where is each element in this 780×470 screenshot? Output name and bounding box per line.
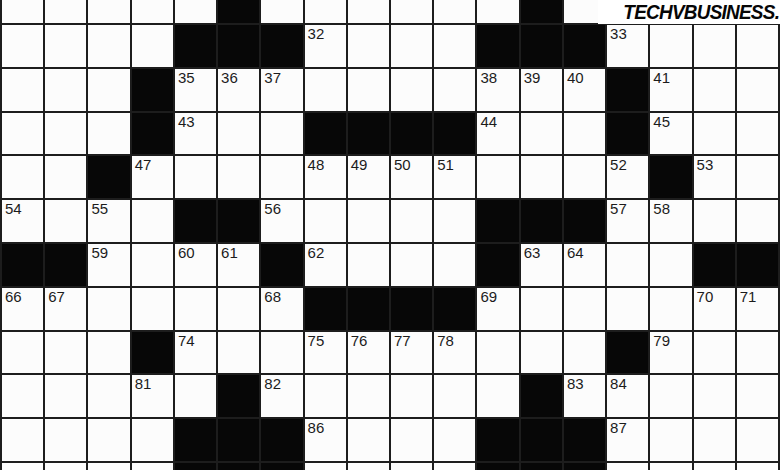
cell-r2-c9[interactable] [391,69,432,111]
cell-r2-c16[interactable] [694,69,735,111]
cell-r1-c12 [521,25,562,67]
cell-r7-c15[interactable] [650,288,691,330]
clue-number: 38 [477,69,518,86]
cell-r0-c6[interactable] [261,0,302,23]
clue-number: 51 [434,156,475,173]
clue-number: 54 [2,200,43,217]
cell-r7-c5[interactable] [218,288,259,330]
clue-number: 32 [305,25,346,42]
cell-r9-c15[interactable] [650,375,691,417]
clue-number: 62 [305,244,346,261]
clue-number: 60 [175,244,216,261]
cell-r1-c5 [218,25,259,67]
cell-r0-c5 [218,0,259,23]
clue-number: 39 [521,69,562,86]
cell-r4-c3[interactable]: 47 [132,156,173,198]
clue-number: 33 [607,25,648,42]
cell-r6-c14[interactable] [607,244,648,286]
cell-r9-c8[interactable] [348,375,389,417]
cell-r8-c1[interactable] [45,332,86,374]
cell-r7-c10 [434,288,475,330]
cell-r7-c8 [348,288,389,330]
watermark-text: TECHVBUSINESS. [623,0,779,24]
cell-r8-c2[interactable] [88,332,129,374]
cell-r3-c14 [607,113,648,155]
cell-r6-c12[interactable]: 63 [521,244,562,286]
clue-number: 86 [305,419,346,436]
cell-r2-c4[interactable]: 35 [175,69,216,111]
cell-r10-c4 [175,419,216,461]
cell-r4-c11[interactable] [477,156,518,198]
watermark-box: TECHVBUSINESS. [598,0,780,24]
cell-r5-c16[interactable] [694,200,735,242]
cell-r2-c3 [132,69,173,111]
cell-r10-c13 [564,419,605,461]
clue-number: 40 [564,69,605,86]
cell-r7-c2[interactable] [88,288,129,330]
cell-r9-c0[interactable] [2,375,43,417]
cell-r5-c7[interactable] [305,200,346,242]
cell-r8-c13[interactable] [564,332,605,374]
cell-r1-c15[interactable] [650,25,691,67]
cell-r11-c12 [521,463,562,470]
cell-r1-c7[interactable]: 32 [305,25,346,67]
clue-number: 81 [132,375,173,392]
cell-r4-c12[interactable] [521,156,562,198]
cell-r9-c13[interactable]: 83 [564,375,605,417]
clue-number: 59 [88,244,129,261]
clue-number: 63 [521,244,562,261]
cell-r5-c2[interactable]: 55 [88,200,129,242]
clue-number: 75 [305,332,346,349]
cell-r9-c11[interactable] [477,375,518,417]
cell-r1-c1[interactable] [45,25,86,67]
cell-r4-c4[interactable] [175,156,216,198]
cell-r6-c13[interactable]: 64 [564,244,605,286]
cell-r8-c15[interactable]: 79 [650,332,691,374]
cell-r2-c5[interactable]: 36 [218,69,259,111]
cell-r3-c12[interactable] [521,113,562,155]
cell-r7-c17[interactable]: 71 [737,288,778,330]
cell-r10-c14[interactable]: 87 [607,419,648,461]
cell-r10-c0[interactable] [2,419,43,461]
cell-r2-c11[interactable]: 38 [477,69,518,111]
clue-number: 69 [477,288,518,305]
cell-r2-c12[interactable]: 39 [521,69,562,111]
cell-r0-c11[interactable] [477,0,518,23]
cell-r8-c6[interactable] [261,332,302,374]
cell-r2-c13[interactable]: 40 [564,69,605,111]
clue-number: 61 [218,244,259,261]
cell-r3-c1[interactable] [45,113,86,155]
cell-r7-c13[interactable] [564,288,605,330]
cell-r3-c16[interactable] [694,113,735,155]
cell-r11-c6 [261,463,302,470]
cell-r6-c6 [261,244,302,286]
cell-r10-c2[interactable] [88,419,129,461]
cell-r8-c7[interactable]: 75 [305,332,346,374]
cell-r5-c14[interactable]: 57 [607,200,648,242]
cell-r9-c16[interactable] [694,375,735,417]
cell-r6-c8[interactable] [348,244,389,286]
cell-r4-c7[interactable]: 48 [305,156,346,198]
cell-r3-c5[interactable] [218,113,259,155]
cell-r11-c9[interactable] [391,463,432,470]
cell-r4-c0[interactable] [2,156,43,198]
cell-r7-c14[interactable] [607,288,648,330]
cell-r5-c15[interactable]: 58 [650,200,691,242]
clue-number: 48 [305,156,346,173]
clue-number: 55 [88,200,129,217]
clue-number: 37 [261,69,302,86]
cell-r7-c9 [391,288,432,330]
cell-r5-c12 [521,200,562,242]
clue-number: 43 [175,113,216,130]
cell-r5-c10[interactable] [434,200,475,242]
cell-r11-c17[interactable] [737,463,778,470]
clue-number: 47 [132,156,173,173]
cell-r3-c2[interactable] [88,113,129,155]
cell-r0-c0[interactable] [2,0,43,23]
cell-r1-c9[interactable] [391,25,432,67]
cell-r0-c2[interactable] [88,0,129,23]
crossword-page: 3233353637383940414344454748495051525354… [0,0,780,470]
cell-r6-c3[interactable] [132,244,173,286]
cell-r6-c9[interactable] [391,244,432,286]
clue-number: 64 [564,244,605,261]
cell-r8-c8[interactable]: 76 [348,332,389,374]
cell-r2-c6[interactable]: 37 [261,69,302,111]
cell-r4-c8[interactable]: 49 [348,156,389,198]
cell-r1-c17[interactable] [737,25,778,67]
cell-r6-c7[interactable]: 62 [305,244,346,286]
clue-number: 82 [261,375,302,392]
cell-r1-c2[interactable] [88,25,129,67]
cell-r11-c14[interactable] [607,463,648,470]
cell-r3-c17[interactable] [737,113,778,155]
cell-r4-c9[interactable]: 50 [391,156,432,198]
clue-number: 70 [694,288,735,305]
cell-r8-c12[interactable] [521,332,562,374]
cell-r3-c9 [391,113,432,155]
cell-r10-c9[interactable] [391,419,432,461]
cell-r10-c17[interactable] [737,419,778,461]
clue-number: 58 [650,200,691,217]
cell-r6-c1 [45,244,86,286]
cell-r11-c13 [564,463,605,470]
cell-r0-c10[interactable] [434,0,475,23]
cell-r6-c10[interactable] [434,244,475,286]
cell-r9-c3[interactable]: 81 [132,375,173,417]
clue-number: 77 [391,332,432,349]
cell-r11-c4 [175,463,216,470]
cell-r1-c11 [477,25,518,67]
clue-number: 45 [650,113,691,130]
cell-r0-c3[interactable] [132,0,173,23]
cell-r6-c5[interactable]: 61 [218,244,259,286]
cell-r4-c13[interactable] [564,156,605,198]
cell-r10-c1[interactable] [45,419,86,461]
cell-r2-c2[interactable] [88,69,129,111]
cell-r1-c0[interactable] [2,25,43,67]
cell-r4-c5[interactable] [218,156,259,198]
cell-r10-c15[interactable] [650,419,691,461]
cell-r9-c12 [521,375,562,417]
cell-r4-c1[interactable] [45,156,86,198]
cell-r8-c11[interactable] [477,332,518,374]
cell-r8-c16[interactable] [694,332,735,374]
cell-r4-c6[interactable] [261,156,302,198]
cell-r1-c8[interactable] [348,25,389,67]
clue-number: 57 [607,200,648,217]
cell-r8-c10[interactable]: 78 [434,332,475,374]
cell-r4-c17[interactable] [737,156,778,198]
cell-r11-c0[interactable] [2,463,43,470]
cell-r1-c10[interactable] [434,25,475,67]
cell-r3-c13[interactable] [564,113,605,155]
cell-r10-c10[interactable] [434,419,475,461]
cell-r1-c4 [175,25,216,67]
cell-r10-c3[interactable] [132,419,173,461]
clue-number: 68 [261,288,302,305]
clue-number: 79 [650,332,691,349]
clue-number: 41 [650,69,691,86]
cell-r5-c4 [175,200,216,242]
cell-r11-c11 [477,463,518,470]
cell-r9-c5 [218,375,259,417]
clue-number: 66 [2,288,43,305]
cell-r6-c2[interactable]: 59 [88,244,129,286]
cell-r1-c13 [564,25,605,67]
cell-r6-c15[interactable] [650,244,691,286]
clue-number: 74 [175,332,216,349]
cell-r3-c3 [132,113,173,155]
cell-r11-c5 [218,463,259,470]
cell-r4-c15 [650,156,691,198]
cell-r11-c1[interactable] [45,463,86,470]
cell-r2-c10[interactable] [434,69,475,111]
cell-r2-c0[interactable] [2,69,43,111]
cell-r11-c16[interactable] [694,463,735,470]
cell-r9-c7[interactable] [305,375,346,417]
cell-r10-c6 [261,419,302,461]
cell-r4-c2 [88,156,129,198]
cell-r6-c0 [2,244,43,286]
cell-r2-c15[interactable]: 41 [650,69,691,111]
clue-number: 56 [261,200,302,217]
cell-r2-c14 [607,69,648,111]
cell-r3-c15[interactable]: 45 [650,113,691,155]
cell-r3-c4[interactable]: 43 [175,113,216,155]
cell-r11-c10[interactable] [434,463,475,470]
cell-r0-c12 [521,0,562,23]
cell-r5-c17[interactable] [737,200,778,242]
clue-number: 67 [45,288,86,305]
cell-r10-c7[interactable]: 86 [305,419,346,461]
cell-r0-c8[interactable] [348,0,389,23]
cell-r5-c9[interactable] [391,200,432,242]
clue-number: 53 [694,156,735,173]
clue-number: 76 [348,332,389,349]
cell-r3-c10 [434,113,475,155]
cell-r9-c1[interactable] [45,375,86,417]
cell-r9-c4[interactable] [175,375,216,417]
cell-r2-c1[interactable] [45,69,86,111]
cell-r4-c16[interactable]: 53 [694,156,735,198]
cell-r11-c15[interactable] [650,463,691,470]
cell-r0-c7[interactable] [305,0,346,23]
cell-r5-c11 [477,200,518,242]
cell-r7-c16[interactable]: 70 [694,288,735,330]
cell-r6-c16 [694,244,735,286]
cell-r0-c1[interactable] [45,0,86,23]
cell-r9-c10[interactable] [434,375,475,417]
cell-r3-c8 [348,113,389,155]
clue-number: 49 [348,156,389,173]
cell-r8-c4[interactable]: 74 [175,332,216,374]
cell-r5-c6[interactable]: 56 [261,200,302,242]
cell-r3-c7 [305,113,346,155]
clue-number: 52 [607,156,648,173]
cell-r5-c0[interactable]: 54 [2,200,43,242]
cell-r1-c16[interactable] [694,25,735,67]
cell-r8-c3 [132,332,173,374]
cell-r2-c17[interactable] [737,69,778,111]
cell-r1-c3[interactable] [132,25,173,67]
cell-r7-c1[interactable]: 67 [45,288,86,330]
cell-r0-c4[interactable] [175,0,216,23]
clue-number: 71 [737,288,778,305]
cell-r5-c13 [564,200,605,242]
cell-r5-c3[interactable] [132,200,173,242]
cell-r4-c10[interactable]: 51 [434,156,475,198]
clue-number: 44 [477,113,518,130]
cell-r3-c6[interactable] [261,113,302,155]
cell-r10-c16[interactable] [694,419,735,461]
cell-r3-c11[interactable]: 44 [477,113,518,155]
cell-r9-c9[interactable] [391,375,432,417]
cell-r11-c3[interactable] [132,463,173,470]
cell-r7-c11[interactable]: 69 [477,288,518,330]
cell-r10-c12 [521,419,562,461]
cell-r10-c11 [477,419,518,461]
cell-r8-c14 [607,332,648,374]
cell-r7-c12[interactable] [521,288,562,330]
cell-r10-c8[interactable] [348,419,389,461]
clue-number: 84 [607,375,648,392]
clue-number: 87 [607,419,648,436]
cell-r8-c17[interactable] [737,332,778,374]
cell-r5-c1[interactable] [45,200,86,242]
cell-r9-c2[interactable] [88,375,129,417]
clue-number: 35 [175,69,216,86]
cell-r8-c5[interactable] [218,332,259,374]
cell-r7-c7 [305,288,346,330]
cell-r7-c3[interactable] [132,288,173,330]
cell-r5-c5 [218,200,259,242]
cell-r9-c14[interactable]: 84 [607,375,648,417]
cell-r7-c0[interactable]: 66 [2,288,43,330]
cell-r6-c11 [477,244,518,286]
cell-r0-c9[interactable] [391,0,432,23]
cell-r9-c17[interactable] [737,375,778,417]
cell-r8-c9[interactable]: 77 [391,332,432,374]
clue-number: 83 [564,375,605,392]
clue-number: 78 [434,332,475,349]
cell-r7-c4[interactable] [175,288,216,330]
clue-number: 50 [391,156,432,173]
cell-r6-c17 [737,244,778,286]
cell-r11-c7[interactable] [305,463,346,470]
cell-r1-c6 [261,25,302,67]
cell-r1-c14[interactable]: 33 [607,25,648,67]
cell-r9-c6[interactable]: 82 [261,375,302,417]
cell-r6-c4[interactable]: 60 [175,244,216,286]
clue-number: 36 [218,69,259,86]
cell-r11-c2[interactable] [88,463,129,470]
cell-r7-c6[interactable]: 68 [261,288,302,330]
crossword-grid: 3233353637383940414344454748495051525354… [0,0,780,470]
cell-r8-c0[interactable] [2,332,43,374]
cell-r2-c7[interactable] [305,69,346,111]
cell-r11-c8[interactable] [348,463,389,470]
cell-r5-c8[interactable] [348,200,389,242]
cell-r2-c8[interactable] [348,69,389,111]
cell-r3-c0[interactable] [2,113,43,155]
cell-r4-c14[interactable]: 52 [607,156,648,198]
cell-r10-c5 [218,419,259,461]
